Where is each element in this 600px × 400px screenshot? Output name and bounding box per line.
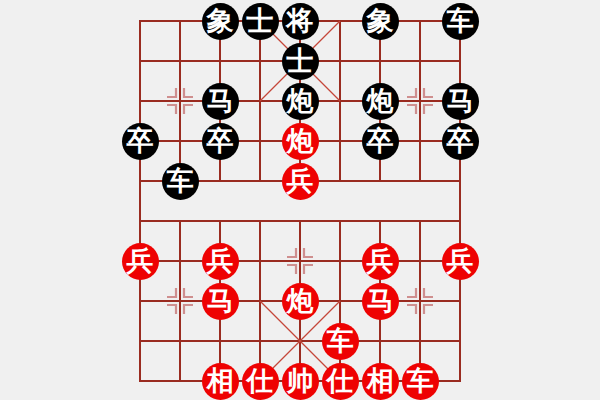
piece-red-advisor[interactable]: 仕 — [242, 363, 279, 400]
piece-red-soldier[interactable]: 兵 — [362, 243, 399, 280]
piece-black-cannon[interactable]: 炮 — [282, 83, 319, 120]
pieces-layer: 象士将象车士马炮炮马卒卒卒卒车炮兵兵兵兵兵马炮马车相仕帅仕相车 — [120, 1, 480, 400]
piece-red-chariot[interactable]: 车 — [322, 323, 359, 360]
piece-red-elephant[interactable]: 相 — [362, 363, 399, 400]
piece-red-horse[interactable]: 马 — [202, 283, 239, 320]
piece-black-advisor[interactable]: 士 — [282, 43, 319, 80]
piece-red-cannon[interactable]: 炮 — [282, 123, 319, 160]
piece-black-soldier[interactable]: 卒 — [362, 123, 399, 160]
piece-black-cannon[interactable]: 炮 — [362, 83, 399, 120]
piece-black-chariot[interactable]: 车 — [162, 163, 199, 200]
piece-red-cannon[interactable]: 炮 — [282, 283, 319, 320]
xiangqi-app: 象士将象车士马炮炮马卒卒卒卒车炮兵兵兵兵兵马炮马车相仕帅仕相车 — [0, 0, 600, 400]
piece-black-soldier[interactable]: 卒 — [442, 123, 479, 160]
piece-red-horse[interactable]: 马 — [362, 283, 399, 320]
piece-black-soldier[interactable]: 卒 — [122, 123, 159, 160]
piece-black-elephant[interactable]: 象 — [202, 3, 239, 40]
piece-black-general[interactable]: 将 — [282, 3, 319, 40]
piece-black-advisor[interactable]: 士 — [242, 3, 279, 40]
piece-red-soldier[interactable]: 兵 — [282, 163, 319, 200]
piece-black-horse[interactable]: 马 — [202, 83, 239, 120]
piece-black-horse[interactable]: 马 — [442, 83, 479, 120]
piece-red-soldier[interactable]: 兵 — [202, 243, 239, 280]
piece-black-chariot[interactable]: 车 — [442, 3, 479, 40]
piece-black-soldier[interactable]: 卒 — [202, 123, 239, 160]
piece-red-general[interactable]: 帅 — [282, 363, 319, 400]
piece-red-chariot[interactable]: 车 — [402, 363, 439, 400]
piece-red-elephant[interactable]: 相 — [202, 363, 239, 400]
piece-red-soldier[interactable]: 兵 — [442, 243, 479, 280]
piece-red-advisor[interactable]: 仕 — [322, 363, 359, 400]
piece-red-soldier[interactable]: 兵 — [122, 243, 159, 280]
piece-black-elephant[interactable]: 象 — [362, 3, 399, 40]
